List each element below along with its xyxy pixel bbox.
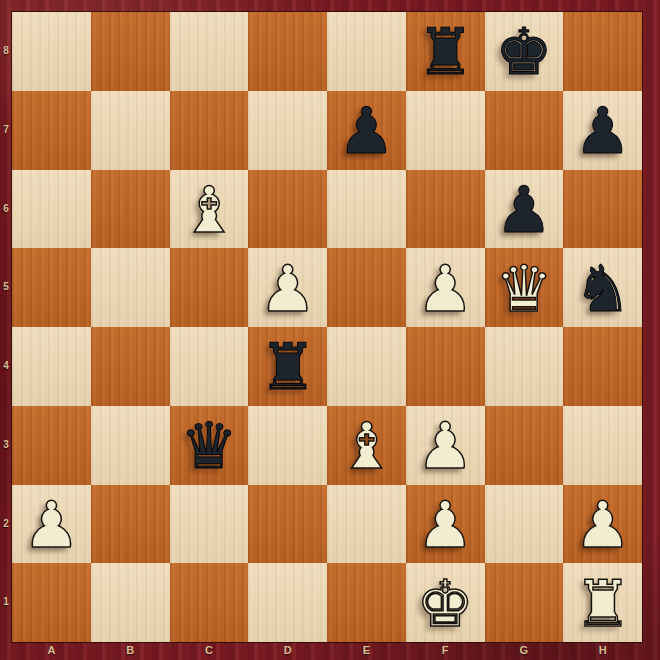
piece-white-pawn-f2[interactable]: ♟ bbox=[416, 493, 473, 557]
square-d5[interactable]: ♟ bbox=[248, 248, 327, 327]
square-b7[interactable] bbox=[91, 91, 170, 170]
file-label-g: G bbox=[485, 642, 564, 660]
square-e4[interactable] bbox=[327, 327, 406, 406]
square-a8[interactable] bbox=[12, 12, 91, 91]
piece-white-bishop-e3[interactable]: ♝ bbox=[338, 414, 395, 478]
chess-board: ♜♚♟♟♝♟♟♟♛♞♜♛♝♟♟♟♟♚♜ bbox=[12, 12, 642, 642]
square-f4[interactable] bbox=[406, 327, 485, 406]
piece-black-rook-d4[interactable]: ♜ bbox=[259, 335, 316, 399]
square-g7[interactable] bbox=[485, 91, 564, 170]
square-g2[interactable] bbox=[485, 485, 564, 564]
square-b6[interactable] bbox=[91, 170, 170, 249]
square-c1[interactable] bbox=[170, 563, 249, 642]
file-label-b: B bbox=[91, 642, 170, 660]
square-b4[interactable] bbox=[91, 327, 170, 406]
square-d6[interactable] bbox=[248, 170, 327, 249]
square-f2[interactable]: ♟ bbox=[406, 485, 485, 564]
file-label-c: C bbox=[170, 642, 249, 660]
square-e6[interactable] bbox=[327, 170, 406, 249]
square-h3[interactable] bbox=[563, 406, 642, 485]
file-label-h: H bbox=[563, 642, 642, 660]
square-b5[interactable] bbox=[91, 248, 170, 327]
square-f5[interactable]: ♟ bbox=[406, 248, 485, 327]
piece-white-rook-h1[interactable]: ♜ bbox=[574, 572, 631, 636]
file-label-e: E bbox=[327, 642, 406, 660]
square-a3[interactable] bbox=[12, 406, 91, 485]
square-a2[interactable]: ♟ bbox=[12, 485, 91, 564]
square-g8[interactable]: ♚ bbox=[485, 12, 564, 91]
square-h2[interactable]: ♟ bbox=[563, 485, 642, 564]
piece-white-pawn-d5[interactable]: ♟ bbox=[259, 257, 316, 321]
square-d4[interactable]: ♜ bbox=[248, 327, 327, 406]
square-h4[interactable] bbox=[563, 327, 642, 406]
square-d7[interactable] bbox=[248, 91, 327, 170]
square-a5[interactable] bbox=[12, 248, 91, 327]
square-b1[interactable] bbox=[91, 563, 170, 642]
square-a6[interactable] bbox=[12, 170, 91, 249]
square-c8[interactable] bbox=[170, 12, 249, 91]
square-d3[interactable] bbox=[248, 406, 327, 485]
square-e5[interactable] bbox=[327, 248, 406, 327]
board-frame: ♜♚♟♟♝♟♟♟♛♞♜♛♝♟♟♟♟♚♜ 87654321ABCDEFGH bbox=[0, 0, 660, 660]
square-h1[interactable]: ♜ bbox=[563, 563, 642, 642]
square-c5[interactable] bbox=[170, 248, 249, 327]
square-f3[interactable]: ♟ bbox=[406, 406, 485, 485]
square-h7[interactable]: ♟ bbox=[563, 91, 642, 170]
piece-black-pawn-e7[interactable]: ♟ bbox=[338, 99, 395, 163]
square-g3[interactable] bbox=[485, 406, 564, 485]
square-e8[interactable] bbox=[327, 12, 406, 91]
square-g6[interactable]: ♟ bbox=[485, 170, 564, 249]
piece-white-pawn-f5[interactable]: ♟ bbox=[416, 257, 473, 321]
square-a4[interactable] bbox=[12, 327, 91, 406]
square-b2[interactable] bbox=[91, 485, 170, 564]
square-f8[interactable]: ♜ bbox=[406, 12, 485, 91]
piece-black-queen-c3[interactable]: ♛ bbox=[180, 414, 237, 478]
piece-white-bishop-c6[interactable]: ♝ bbox=[180, 178, 237, 242]
square-g1[interactable] bbox=[485, 563, 564, 642]
square-e1[interactable] bbox=[327, 563, 406, 642]
piece-white-pawn-f3[interactable]: ♟ bbox=[416, 414, 473, 478]
rank-label-3: 3 bbox=[0, 406, 12, 485]
piece-white-queen-g5[interactable]: ♛ bbox=[495, 257, 552, 321]
piece-white-pawn-h2[interactable]: ♟ bbox=[574, 493, 631, 557]
piece-white-pawn-a2[interactable]: ♟ bbox=[23, 493, 80, 557]
piece-black-king-g8[interactable]: ♚ bbox=[495, 20, 552, 84]
square-d8[interactable] bbox=[248, 12, 327, 91]
file-label-f: F bbox=[406, 642, 485, 660]
square-e2[interactable] bbox=[327, 485, 406, 564]
square-c4[interactable] bbox=[170, 327, 249, 406]
square-b8[interactable] bbox=[91, 12, 170, 91]
rank-label-5: 5 bbox=[0, 248, 12, 327]
rank-label-2: 2 bbox=[0, 485, 12, 564]
square-f1[interactable]: ♚ bbox=[406, 563, 485, 642]
square-f6[interactable] bbox=[406, 170, 485, 249]
rank-label-8: 8 bbox=[0, 12, 12, 91]
file-label-a: A bbox=[12, 642, 91, 660]
square-a1[interactable] bbox=[12, 563, 91, 642]
rank-label-4: 4 bbox=[0, 327, 12, 406]
square-d2[interactable] bbox=[248, 485, 327, 564]
piece-black-pawn-h7[interactable]: ♟ bbox=[574, 99, 631, 163]
piece-black-knight-h5[interactable]: ♞ bbox=[574, 257, 631, 321]
square-b3[interactable] bbox=[91, 406, 170, 485]
square-h6[interactable] bbox=[563, 170, 642, 249]
square-h8[interactable] bbox=[563, 12, 642, 91]
piece-black-rook-f8[interactable]: ♜ bbox=[416, 20, 473, 84]
square-e3[interactable]: ♝ bbox=[327, 406, 406, 485]
square-h5[interactable]: ♞ bbox=[563, 248, 642, 327]
rank-label-6: 6 bbox=[0, 170, 12, 249]
square-d1[interactable] bbox=[248, 563, 327, 642]
square-e7[interactable]: ♟ bbox=[327, 91, 406, 170]
square-a7[interactable] bbox=[12, 91, 91, 170]
rank-label-7: 7 bbox=[0, 91, 12, 170]
piece-white-king-f1[interactable]: ♚ bbox=[416, 572, 473, 636]
square-c6[interactable]: ♝ bbox=[170, 170, 249, 249]
square-g5[interactable]: ♛ bbox=[485, 248, 564, 327]
square-f7[interactable] bbox=[406, 91, 485, 170]
square-c3[interactable]: ♛ bbox=[170, 406, 249, 485]
square-g4[interactable] bbox=[485, 327, 564, 406]
square-c2[interactable] bbox=[170, 485, 249, 564]
square-c7[interactable] bbox=[170, 91, 249, 170]
piece-black-pawn-g6[interactable]: ♟ bbox=[495, 178, 552, 242]
rank-label-1: 1 bbox=[0, 563, 12, 642]
file-label-d: D bbox=[248, 642, 327, 660]
